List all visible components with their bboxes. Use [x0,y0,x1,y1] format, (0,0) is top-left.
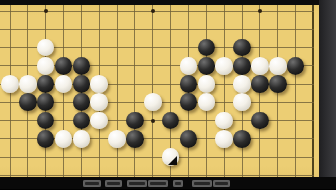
toolbar-button-glyphs [85,182,99,185]
black-stone [55,57,73,75]
white-stone [198,93,216,111]
white-stone [269,57,287,75]
toolbar-button-glyphs [175,182,181,185]
toolbar-button-1[interactable] [83,180,101,187]
black-stone [233,130,251,148]
star-point [258,9,262,13]
black-stone [198,39,216,57]
white-stone [198,75,216,93]
last-move-marker [168,156,177,165]
toolbar-button-glyphs [150,182,166,185]
toolbar-button-2[interactable] [105,180,122,187]
grid-line-vertical [224,4,225,177]
white-stone [1,75,19,93]
white-stone [37,57,55,75]
app-screen [0,0,336,189]
toolbar-button-glyphs [215,182,228,185]
go-board[interactable] [0,0,320,189]
white-stone [180,57,198,75]
white-stone [233,93,251,111]
toolbar-button-4[interactable] [148,180,168,187]
black-stone [287,57,305,75]
grid-line-vertical [134,4,135,177]
black-stone [73,112,91,130]
black-stone [73,93,91,111]
black-stone [73,75,91,93]
grid-line-horizontal [0,157,314,158]
toolbar-button-3[interactable] [127,180,147,187]
top-letterbox-bar [0,0,336,5]
black-stone [198,57,216,75]
star-point [151,9,155,13]
black-stone [180,93,198,111]
white-stone [215,130,233,148]
grid-line-vertical [117,4,118,177]
grid-line-vertical [312,4,314,177]
toolbar-button-glyphs [194,182,210,185]
black-stone [126,112,144,130]
white-stone [215,112,233,130]
white-stone [162,148,180,166]
white-stone [108,130,126,148]
black-stone [37,130,55,148]
black-stone [233,39,251,57]
grid-line-vertical [152,4,153,177]
white-stone [233,75,251,93]
star-point [44,9,48,13]
white-stone [90,75,108,93]
white-stone [90,112,108,130]
grid-line-horizontal [0,29,314,30]
black-stone [37,75,55,93]
black-stone [251,75,269,93]
toolbar-button-6[interactable] [192,180,212,187]
toolbar-button-5[interactable] [173,180,183,187]
black-stone [73,57,91,75]
black-stone [180,75,198,93]
black-stone [37,93,55,111]
bottom-toolbar [0,177,336,190]
black-stone [37,112,55,130]
black-stone [180,130,198,148]
black-stone [269,75,287,93]
white-stone [144,93,162,111]
white-stone [19,75,37,93]
toolbar-button-glyphs [129,182,145,185]
white-stone [215,57,233,75]
right-side-panel [319,0,336,189]
star-point [151,119,155,123]
black-stone [251,112,269,130]
black-stone [126,130,144,148]
white-stone [90,93,108,111]
toolbar-button-7[interactable] [213,180,230,187]
white-stone [55,75,73,93]
black-stone [162,112,180,130]
white-stone [251,57,269,75]
white-stone [37,39,55,57]
grid-line-vertical [295,4,296,177]
white-stone [73,130,91,148]
black-stone [19,93,37,111]
black-stone [233,57,251,75]
toolbar-button-glyphs [107,182,120,185]
white-stone [55,130,73,148]
